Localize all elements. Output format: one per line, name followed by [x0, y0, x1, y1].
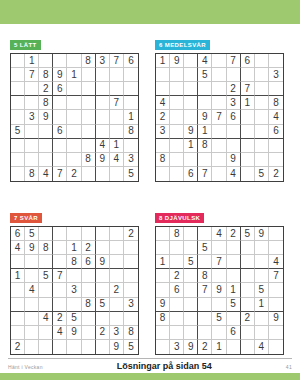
sudoku-cell: 7: [25, 68, 39, 82]
sudoku-cell: 3: [227, 96, 241, 110]
sudoku-cell: 8: [39, 68, 53, 82]
sudoku-cell: [53, 255, 67, 269]
sudoku-cell: [156, 340, 170, 354]
sudoku-cell: [110, 312, 124, 326]
sudoku-cell: 1: [241, 96, 255, 110]
sudoku-cell: 6: [53, 82, 67, 96]
sudoku-cell: [255, 68, 269, 82]
sudoku-cell: [255, 96, 269, 110]
sudoku-cell: 5: [241, 227, 255, 241]
sudoku-cell: [124, 139, 138, 153]
sudoku-cell: 5: [124, 167, 138, 181]
sudoku-cell: [156, 227, 170, 241]
sudoku-cell: [227, 312, 241, 326]
sudoku-cell: 1: [67, 241, 81, 255]
sudoku-cell: [212, 54, 226, 68]
sudoku-cell: [25, 153, 39, 167]
sudoku-cell: 7: [227, 54, 241, 68]
sudoku-cell: [156, 241, 170, 255]
sudoku-cell: 2: [82, 241, 96, 255]
sudoku-cell: [198, 82, 212, 96]
sudoku-cell: [67, 153, 81, 167]
sudoku-cell: [212, 125, 226, 139]
sudoku-cell: [227, 241, 241, 255]
sudoku-cell: 1: [212, 340, 226, 354]
sudoku-cell: [184, 269, 198, 283]
sudoku-cell: [25, 255, 39, 269]
sudoku-cell: [269, 139, 283, 153]
sudoku-cell: 6: [170, 283, 184, 297]
sudoku-cell: [269, 153, 283, 167]
sudoku-cell: 9: [184, 340, 198, 354]
page-bottom-band: [0, 373, 300, 380]
sudoku-cell: [67, 139, 81, 153]
sudoku-cell: [269, 227, 283, 241]
sudoku-cell: [170, 68, 184, 82]
sudoku-cell: [25, 312, 39, 326]
sudoku-cell: 2: [124, 227, 138, 241]
sudoku-cell: [170, 110, 184, 124]
sudoku-cell: 4: [269, 110, 283, 124]
sudoku-cell: 5: [124, 340, 138, 354]
sudoku-cell: [53, 110, 67, 124]
sudoku-cell: 9: [156, 298, 170, 312]
sudoku-cell: [82, 125, 96, 139]
sudoku-cell: 5: [227, 298, 241, 312]
sudoku-cell: 3: [110, 326, 124, 340]
sudoku-cell: [11, 110, 25, 124]
sudoku-cell: 2: [227, 227, 241, 241]
sudoku-cell: [255, 312, 269, 326]
sudoku-cell: [110, 110, 124, 124]
sudoku-cell: [110, 227, 124, 241]
sudoku-cell: [184, 283, 198, 297]
sudoku-cell: [39, 153, 53, 167]
sudoku-cell: 5: [25, 227, 39, 241]
difficulty-label: LÄTT: [20, 42, 37, 48]
sudoku-cell: [67, 125, 81, 139]
sudoku-cell: 8: [82, 298, 96, 312]
sudoku-cell: [110, 125, 124, 139]
sudoku-cell: [96, 96, 110, 110]
sudoku-cell: [156, 269, 170, 283]
sudoku-cell: [67, 54, 81, 68]
sudoku-cell: 1: [227, 283, 241, 297]
sudoku-cell: 5: [184, 255, 198, 269]
difficulty-badge-svar: 7SVÅR: [10, 213, 42, 223]
sudoku-cell: [96, 125, 110, 139]
sudoku-cell: [67, 227, 81, 241]
sudoku-cell: [212, 269, 226, 283]
sudoku-cell: [212, 68, 226, 82]
sudoku-cell: [25, 96, 39, 110]
sudoku-cell: [96, 312, 110, 326]
sudoku-cell: 4: [198, 54, 212, 68]
sudoku-cell: [96, 167, 110, 181]
sudoku-cell: [53, 96, 67, 110]
sudoku-cell: [241, 255, 255, 269]
sudoku-cell: 9: [25, 241, 39, 255]
sudoku-cell: [96, 227, 110, 241]
sudoku-cell: 6: [82, 255, 96, 269]
sudoku-cell: 2: [156, 110, 170, 124]
sudoku-cell: 9: [212, 283, 226, 297]
sudoku-cell: 9: [110, 340, 124, 354]
sudoku-cell: [39, 227, 53, 241]
sudoku-cell: [39, 340, 53, 354]
sudoku-cell: [39, 283, 53, 297]
sudoku-cell: [39, 125, 53, 139]
sudoku-cell: 8: [124, 125, 138, 139]
sudoku-cell: [212, 326, 226, 340]
sudoku-cell: 4: [11, 241, 25, 255]
sudoku-cell: [184, 82, 198, 96]
sudoku-cell: [53, 153, 67, 167]
sudoku-cell: [110, 241, 124, 255]
sudoku-cell: [53, 54, 67, 68]
sudoku-cell: [170, 255, 184, 269]
sudoku-cell: 8: [124, 326, 138, 340]
sudoku-cell: 4: [96, 139, 110, 153]
sudoku-cell: 2: [170, 269, 184, 283]
sudoku-cell: 1: [255, 298, 269, 312]
sudoku-cell: 6: [11, 227, 25, 241]
sudoku-cell: [184, 298, 198, 312]
sudoku-cell: [124, 255, 138, 269]
sudoku-cell: 5: [11, 125, 25, 139]
sudoku-cell: 4: [269, 255, 283, 269]
sudoku-cell: [82, 227, 96, 241]
sudoku-cell: 7: [53, 167, 67, 181]
sudoku-cell: [25, 326, 39, 340]
sudoku-cell: [110, 82, 124, 96]
sudoku-cell: 4: [255, 340, 269, 354]
sudoku-cell: [170, 312, 184, 326]
sudoku-cell: 3: [170, 340, 184, 354]
sudoku-cell: [96, 340, 110, 354]
sudoku-grid-medelsvar: 1947653274318297643916188967452: [155, 53, 284, 182]
sudoku-cell: [241, 298, 255, 312]
sudoku-cell: 8: [198, 139, 212, 153]
sudoku-cell: [170, 139, 184, 153]
difficulty-number: 6: [159, 42, 163, 48]
sudoku-cell: [11, 68, 25, 82]
sudoku-cell: [11, 82, 25, 96]
sudoku-cell: 2: [53, 312, 67, 326]
sudoku-cell: 5: [198, 241, 212, 255]
sudoku-cell: [82, 110, 96, 124]
sudoku-cell: [11, 298, 25, 312]
sudoku-cell: [184, 312, 198, 326]
sudoku-cell: 7: [241, 82, 255, 96]
puzzle-djavulsk: 8DJÄVULSK 842595157428767915951852963921…: [155, 206, 285, 355]
sudoku-cell: [39, 139, 53, 153]
sudoku-cell: [269, 82, 283, 96]
sudoku-cell: 9: [39, 110, 53, 124]
sudoku-cell: [170, 153, 184, 167]
sudoku-cell: [25, 269, 39, 283]
sudoku-cell: [255, 125, 269, 139]
sudoku-cell: [82, 96, 96, 110]
sudoku-grid-svar: 6524981286915743285342549238295: [10, 226, 139, 355]
sudoku-cell: [184, 326, 198, 340]
sudoku-cell: [110, 269, 124, 283]
difficulty-badge-djavulsk: 8DJÄVULSK: [155, 213, 204, 223]
sudoku-cell: 8: [67, 255, 81, 269]
sudoku-cell: 8: [82, 54, 96, 68]
sudoku-cell: [255, 269, 269, 283]
sudoku-cell: 3: [67, 283, 81, 297]
sudoku-cell: [82, 326, 96, 340]
sudoku-cell: [110, 167, 124, 181]
sudoku-cell: [156, 167, 170, 181]
sudoku-cell: [170, 96, 184, 110]
sudoku-cell: [269, 340, 283, 354]
sudoku-cell: [255, 54, 269, 68]
sudoku-cell: [25, 340, 39, 354]
sudoku-cell: [11, 167, 25, 181]
sudoku-cell: [156, 82, 170, 96]
sudoku-cell: [82, 312, 96, 326]
sudoku-cell: [227, 68, 241, 82]
sudoku-cell: 3: [124, 153, 138, 167]
footer-solutions-note: Lösningar på sidan 54: [117, 361, 212, 371]
sudoku-cell: [11, 255, 25, 269]
difficulty-number: 5: [14, 42, 18, 48]
sudoku-cell: [269, 326, 283, 340]
sudoku-cell: [212, 153, 226, 167]
sudoku-cell: [170, 241, 184, 255]
puzzle-medelsvar: 6MEDELSVÅR 19476532743182976439161889674…: [155, 33, 285, 182]
sudoku-cell: [170, 82, 184, 96]
sudoku-cell: 8: [39, 96, 53, 110]
sudoku-cell: [269, 298, 283, 312]
sudoku-cell: [39, 255, 53, 269]
sudoku-cell: [82, 68, 96, 82]
sudoku-cell: [53, 227, 67, 241]
sudoku-cell: 5: [67, 312, 81, 326]
sudoku-cell: [269, 283, 283, 297]
sudoku-cell: 4: [156, 96, 170, 110]
sudoku-cell: 2: [269, 167, 283, 181]
sudoku-cell: 1: [11, 269, 25, 283]
sudoku-cell: [82, 167, 96, 181]
sudoku-cell: [96, 241, 110, 255]
footer-page-number: 41: [286, 364, 292, 370]
sudoku-cell: [124, 312, 138, 326]
sudoku-cell: 9: [96, 153, 110, 167]
sudoku-cell: [156, 68, 170, 82]
sudoku-cell: [227, 255, 241, 269]
sudoku-cell: 8: [269, 96, 283, 110]
sudoku-cell: [198, 153, 212, 167]
difficulty-number: 8: [159, 215, 163, 221]
sudoku-cell: [212, 96, 226, 110]
sudoku-cell: [198, 227, 212, 241]
sudoku-cell: [241, 283, 255, 297]
sudoku-cell: [110, 255, 124, 269]
sudoku-cell: 2: [11, 340, 25, 354]
puzzle-latt: 5LÄTT 183767891268739156841894384725: [10, 33, 140, 182]
sudoku-cell: 5: [255, 283, 269, 297]
sudoku-cell: [124, 241, 138, 255]
page-footer: Hänt i Veckan Lösningar på sidan 54 41: [8, 358, 292, 371]
sudoku-cell: [156, 283, 170, 297]
difficulty-number: 7: [14, 215, 18, 221]
sudoku-cell: 1: [156, 54, 170, 68]
sudoku-cell: [67, 298, 81, 312]
sudoku-cell: [255, 139, 269, 153]
sudoku-cell: [170, 326, 184, 340]
difficulty-label: MEDELSVÅR: [165, 42, 206, 48]
puzzle-svar: 7SVÅR 6524981286915743285342549238295: [10, 206, 140, 355]
sudoku-cell: [11, 54, 25, 68]
sudoku-cell: [11, 326, 25, 340]
sudoku-cell: [184, 153, 198, 167]
sudoku-cell: [25, 125, 39, 139]
sudoku-cell: [212, 139, 226, 153]
sudoku-cell: [53, 340, 67, 354]
sudoku-cell: 9: [170, 54, 184, 68]
sudoku-cell: [227, 269, 241, 283]
sudoku-cell: [67, 269, 81, 283]
sudoku-cell: 8: [39, 241, 53, 255]
sudoku-cell: [184, 227, 198, 241]
sudoku-cell: 9: [184, 125, 198, 139]
sudoku-cell: 7: [110, 54, 124, 68]
sudoku-cell: [227, 125, 241, 139]
sudoku-cell: 3: [156, 125, 170, 139]
sudoku-cell: 6: [269, 125, 283, 139]
sudoku-cell: 8: [82, 153, 96, 167]
sudoku-cell: [198, 326, 212, 340]
sudoku-cell: 1: [124, 110, 138, 124]
sudoku-cell: [241, 68, 255, 82]
sudoku-cell: [11, 283, 25, 297]
sudoku-cell: [82, 340, 96, 354]
sudoku-cell: [170, 298, 184, 312]
difficulty-label: SVÅR: [20, 215, 38, 221]
sudoku-cell: [170, 167, 184, 181]
sudoku-cell: [198, 298, 212, 312]
sudoku-cell: [110, 68, 124, 82]
sudoku-cell: [124, 82, 138, 96]
sudoku-cell: [156, 139, 170, 153]
sudoku-cell: 5: [96, 298, 110, 312]
sudoku-cell: [96, 68, 110, 82]
sudoku-cell: [212, 167, 226, 181]
sudoku-cell: 6: [124, 54, 138, 68]
sudoku-cell: 8: [156, 153, 170, 167]
sudoku-cell: 6: [227, 326, 241, 340]
sudoku-cell: [53, 139, 67, 153]
sudoku-cell: 7: [53, 269, 67, 283]
sudoku-cell: [255, 110, 269, 124]
sudoku-cell: [124, 68, 138, 82]
sudoku-cell: [82, 82, 96, 96]
sudoku-cell: [39, 54, 53, 68]
sudoku-cell: [184, 96, 198, 110]
sudoku-cell: [96, 110, 110, 124]
sudoku-cell: 6: [53, 125, 67, 139]
sudoku-cell: [39, 298, 53, 312]
sudoku-cell: 1: [156, 255, 170, 269]
sudoku-cell: [11, 312, 25, 326]
sudoku-cell: [82, 269, 96, 283]
sudoku-cell: 6: [241, 54, 255, 68]
sudoku-cell: 4: [110, 153, 124, 167]
sudoku-cell: 9: [53, 68, 67, 82]
sudoku-cell: [184, 110, 198, 124]
sudoku-grid-latt: 183767891268739156841894384725: [10, 53, 139, 182]
footer-magazine-info: Hänt i Veckan: [8, 364, 43, 370]
sudoku-cell: 1: [198, 125, 212, 139]
sudoku-cell: 2: [96, 326, 110, 340]
sudoku-cell: 2: [39, 82, 53, 96]
sudoku-cell: 7: [269, 269, 283, 283]
sudoku-cell: [25, 139, 39, 153]
sudoku-cell: 7: [198, 167, 212, 181]
sudoku-cell: [96, 269, 110, 283]
sudoku-cell: [241, 340, 255, 354]
sudoku-cell: [241, 110, 255, 124]
sudoku-cell: 6: [184, 167, 198, 181]
sudoku-cell: [198, 255, 212, 269]
sudoku-cell: 2: [241, 312, 255, 326]
sudoku-cell: [96, 283, 110, 297]
sudoku-cell: 7: [198, 283, 212, 297]
sudoku-cell: [53, 241, 67, 255]
sudoku-cell: 8: [198, 269, 212, 283]
difficulty-badge-medelsvar: 6MEDELSVÅR: [155, 40, 210, 50]
sudoku-cell: [184, 54, 198, 68]
difficulty-badge-latt: 5LÄTT: [10, 40, 41, 50]
sudoku-cell: [67, 340, 81, 354]
sudoku-cell: 7: [110, 96, 124, 110]
sudoku-cell: 2: [227, 82, 241, 96]
sudoku-cell: 1: [110, 139, 124, 153]
sudoku-cell: 5: [255, 167, 269, 181]
sudoku-cell: 3: [96, 54, 110, 68]
sudoku-cell: 9: [96, 255, 110, 269]
sudoku-cell: 4: [39, 312, 53, 326]
sudoku-cell: 8: [170, 227, 184, 241]
sudoku-cell: 5: [198, 68, 212, 82]
sudoku-cell: [184, 241, 198, 255]
sudoku-cell: [82, 139, 96, 153]
sudoku-cell: 5: [39, 269, 53, 283]
sudoku-cell: [53, 298, 67, 312]
sudoku-cell: 9: [227, 153, 241, 167]
sudoku-cell: [110, 298, 124, 312]
sudoku-cell: [227, 139, 241, 153]
sudoku-cell: 3: [25, 110, 39, 124]
sudoku-cell: [255, 255, 269, 269]
sudoku-cell: 7: [212, 110, 226, 124]
sudoku-cell: 3: [124, 298, 138, 312]
sudoku-cell: 1: [67, 68, 81, 82]
sudoku-cell: [11, 153, 25, 167]
sudoku-cell: [227, 340, 241, 354]
sudoku-cell: 4: [212, 227, 226, 241]
sudoku-cell: 3: [269, 68, 283, 82]
sudoku-cell: 1: [25, 54, 39, 68]
sudoku-grid-djavulsk: 8425951574287679159518529639214: [155, 226, 284, 355]
sudoku-cell: [11, 139, 25, 153]
difficulty-label: DJÄVULSK: [165, 215, 201, 221]
page-top-band: [0, 0, 300, 24]
sudoku-cell: [241, 167, 255, 181]
